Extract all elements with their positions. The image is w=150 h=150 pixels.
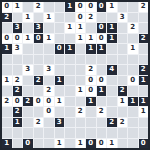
cell-r14c6[interactable]: 1 bbox=[55, 139, 65, 149]
cell-r11c5[interactable]: 0 bbox=[44, 107, 54, 117]
cell-r4c1[interactable]: 0 bbox=[2, 34, 12, 44]
cell-r4c7[interactable] bbox=[65, 34, 75, 44]
cell-r14c11[interactable]: 1 bbox=[107, 139, 117, 149]
cell-r6c9[interactable] bbox=[86, 55, 96, 65]
cell-r12c11[interactable]: 2 bbox=[107, 118, 117, 128]
cell-r14c9[interactable]: 0 bbox=[86, 139, 96, 149]
cell-r10c1[interactable]: 2 bbox=[2, 97, 12, 107]
cell-r12c1[interactable] bbox=[2, 118, 12, 128]
cell-r1c3[interactable] bbox=[23, 2, 33, 12]
cell-r5c5[interactable] bbox=[44, 44, 54, 54]
cell-r4c6[interactable] bbox=[55, 34, 65, 44]
cell-r2c3[interactable]: 1 bbox=[23, 13, 33, 23]
cell-r9c3[interactable] bbox=[23, 86, 33, 96]
cell-r4c2[interactable]: 0 bbox=[13, 34, 23, 44]
cell-r4c5[interactable]: 1 bbox=[44, 34, 54, 44]
cell-r6c12[interactable] bbox=[118, 55, 128, 65]
cell-r6c8[interactable] bbox=[76, 55, 86, 65]
cell-r6c7[interactable] bbox=[65, 55, 75, 65]
cell-r7c1[interactable] bbox=[2, 65, 12, 75]
cell-r8c3[interactable] bbox=[23, 76, 33, 86]
cell-r9c9[interactable]: 0 bbox=[86, 86, 96, 96]
cell-r13c4[interactable] bbox=[34, 128, 44, 138]
cell-r3c13[interactable]: 2 bbox=[128, 23, 138, 33]
cell-r2c2[interactable] bbox=[13, 13, 23, 23]
cell-r10c6[interactable]: 1 bbox=[55, 97, 65, 107]
cell-r8c13[interactable]: 0 bbox=[128, 76, 138, 86]
cell-r10c3[interactable]: 2 bbox=[23, 97, 33, 107]
cell-r2c5[interactable]: 1 bbox=[44, 13, 54, 23]
puzzle-screenshot: 0121000122110233311012001011101213011113… bbox=[0, 0, 150, 150]
cell-r13c1[interactable] bbox=[2, 128, 12, 138]
cell-r1c11[interactable]: 1 bbox=[107, 2, 117, 12]
cell-r2c4[interactable] bbox=[34, 13, 44, 23]
cell-r2c13[interactable] bbox=[128, 13, 138, 23]
cell-r6c3[interactable] bbox=[23, 55, 33, 65]
cell-r4c8[interactable]: 1 bbox=[76, 34, 86, 44]
cell-r11c8[interactable]: 2 bbox=[76, 107, 86, 117]
cell-r14c3[interactable]: 0 bbox=[23, 139, 33, 149]
cell-r11c1[interactable] bbox=[2, 107, 12, 117]
cell-r11c10[interactable]: 2 bbox=[97, 107, 107, 117]
cell-r3c11[interactable]: 1 bbox=[107, 23, 117, 33]
cell-r4c13[interactable] bbox=[128, 34, 138, 44]
cell-r8c6[interactable]: 1 bbox=[55, 76, 65, 86]
cell-r1c4[interactable]: 2 bbox=[34, 2, 44, 12]
cell-r14c7[interactable] bbox=[65, 139, 75, 149]
cell-r12c7[interactable] bbox=[65, 118, 75, 128]
cell-r1c10[interactable]: 0 bbox=[97, 2, 107, 12]
cell-r4c9[interactable]: 1 bbox=[86, 34, 96, 44]
cell-r3c7[interactable]: 1 bbox=[65, 23, 75, 33]
cell-r7c8[interactable] bbox=[76, 65, 86, 75]
cell-r7c6[interactable] bbox=[55, 65, 65, 75]
cell-r6c5[interactable] bbox=[44, 55, 54, 65]
cell-r1c6[interactable] bbox=[55, 2, 65, 12]
cell-r7c4[interactable] bbox=[34, 65, 44, 75]
cell-r12c8[interactable] bbox=[76, 118, 86, 128]
cell-r7c12[interactable] bbox=[118, 65, 128, 75]
cell-r9c7[interactable] bbox=[65, 86, 75, 96]
cell-r8c1[interactable]: 1 bbox=[2, 76, 12, 86]
cell-r10c8[interactable] bbox=[76, 97, 86, 107]
cell-r10c11[interactable] bbox=[107, 97, 117, 107]
cell-r11c3[interactable] bbox=[23, 107, 33, 117]
cell-r10c2[interactable]: 0 bbox=[13, 97, 23, 107]
cell-r9c1[interactable] bbox=[2, 86, 12, 96]
cell-r2c1[interactable]: 2 bbox=[2, 13, 12, 23]
cell-r1c13[interactable] bbox=[128, 2, 138, 12]
cell-r4c10[interactable]: 0 bbox=[97, 34, 107, 44]
cell-r11c12[interactable] bbox=[118, 107, 128, 117]
cell-r5c6[interactable]: 0 bbox=[55, 44, 65, 54]
cell-r10c4[interactable]: 0 bbox=[34, 97, 44, 107]
cell-r1c1[interactable]: 0 bbox=[2, 2, 12, 12]
cell-r13c11[interactable] bbox=[107, 128, 117, 138]
cell-r4c3[interactable]: 1 bbox=[23, 34, 33, 44]
cell-r1c14[interactable]: 2 bbox=[139, 2, 149, 12]
cell-r3c1[interactable] bbox=[2, 23, 12, 33]
cell-r13c7[interactable] bbox=[65, 128, 75, 138]
cell-r5c4[interactable] bbox=[34, 44, 44, 54]
cell-r9c8[interactable]: 1 bbox=[76, 86, 86, 96]
cell-r9c10[interactable]: 1 bbox=[97, 86, 107, 96]
cell-r7c9[interactable]: 2 bbox=[86, 65, 96, 75]
cell-r3c12[interactable] bbox=[118, 23, 128, 33]
cell-r13c9[interactable] bbox=[86, 128, 96, 138]
cell-r10c13[interactable]: 1 bbox=[128, 97, 138, 107]
cell-r11c13[interactable] bbox=[128, 107, 138, 117]
cell-r7c5[interactable]: 3 bbox=[44, 65, 54, 75]
cell-r1c12[interactable] bbox=[118, 2, 128, 12]
cell-r5c12[interactable] bbox=[118, 44, 128, 54]
cell-r4c11[interactable]: 1 bbox=[107, 34, 117, 44]
cell-r13c12[interactable] bbox=[118, 128, 128, 138]
cell-r9c11[interactable] bbox=[107, 86, 117, 96]
cell-r3c9[interactable] bbox=[86, 23, 96, 33]
cell-r10c5[interactable]: 0 bbox=[44, 97, 54, 107]
cell-r4c4[interactable]: 0 bbox=[34, 34, 44, 44]
cell-r10c9[interactable]: 1 bbox=[86, 97, 96, 107]
cell-r9c4[interactable] bbox=[34, 86, 44, 96]
cell-r6c11[interactable] bbox=[107, 55, 117, 65]
cell-r5c10[interactable]: 1 bbox=[97, 44, 107, 54]
cell-r2c12[interactable]: 3 bbox=[118, 13, 128, 23]
cell-r6c13[interactable] bbox=[128, 55, 138, 65]
cell-r8c9[interactable]: 0 bbox=[86, 76, 96, 86]
cell-r5c14[interactable] bbox=[139, 44, 149, 54]
cell-r13c3[interactable] bbox=[23, 128, 33, 138]
cell-r9c5[interactable]: 2 bbox=[44, 86, 54, 96]
cell-r9c2[interactable]: 2 bbox=[13, 86, 23, 96]
cell-r12c10[interactable] bbox=[97, 118, 107, 128]
cell-r3c3[interactable] bbox=[23, 23, 33, 33]
cell-r7c13[interactable] bbox=[128, 65, 138, 75]
cell-r7c10[interactable] bbox=[97, 65, 107, 75]
cell-r8c14[interactable]: 1 bbox=[139, 76, 149, 86]
cell-r7c7[interactable] bbox=[65, 65, 75, 75]
cell-r4c12[interactable] bbox=[118, 34, 128, 44]
cell-r7c14[interactable]: 2 bbox=[139, 65, 149, 75]
cell-r9c6[interactable] bbox=[55, 86, 65, 96]
cell-r12c4[interactable]: 2 bbox=[34, 118, 44, 128]
cell-r10c10[interactable] bbox=[97, 97, 107, 107]
cell-r9c13[interactable] bbox=[128, 86, 138, 96]
cell-r13c5[interactable] bbox=[44, 128, 54, 138]
cell-r8c2[interactable]: 2 bbox=[13, 76, 23, 86]
cell-r7c11[interactable]: 4 bbox=[107, 65, 117, 75]
cell-r13c13[interactable] bbox=[128, 128, 138, 138]
cell-r5c8[interactable] bbox=[76, 44, 86, 54]
cell-r14c12[interactable] bbox=[118, 139, 128, 149]
cell-r14c4[interactable] bbox=[34, 139, 44, 149]
cell-r13c10[interactable] bbox=[97, 128, 107, 138]
cell-r1c5[interactable] bbox=[44, 2, 54, 12]
cell-r2c14[interactable] bbox=[139, 13, 149, 23]
cell-r14c14[interactable]: 0 bbox=[139, 139, 149, 149]
cell-r10c12[interactable]: 1 bbox=[118, 97, 128, 107]
cell-r10c7[interactable] bbox=[65, 97, 75, 107]
cell-r8c5[interactable] bbox=[44, 76, 54, 86]
cell-r6c2[interactable] bbox=[13, 55, 23, 65]
cell-r3c4[interactable]: 3 bbox=[34, 23, 44, 33]
cell-r8c12[interactable] bbox=[118, 76, 128, 86]
cell-r3c8[interactable]: 1 bbox=[76, 23, 86, 33]
cell-r6c4[interactable] bbox=[34, 55, 44, 65]
cell-r13c2[interactable] bbox=[13, 128, 23, 138]
cell-r6c14[interactable] bbox=[139, 55, 149, 65]
cell-r4c14[interactable]: 2 bbox=[139, 34, 149, 44]
cell-r6c10[interactable] bbox=[97, 55, 107, 65]
cell-r6c6[interactable] bbox=[55, 55, 65, 65]
cell-r14c2[interactable] bbox=[13, 139, 23, 149]
cell-r12c13[interactable] bbox=[128, 118, 138, 128]
cell-r8c7[interactable] bbox=[65, 76, 75, 86]
cell-r8c8[interactable] bbox=[76, 76, 86, 86]
cell-r12c3[interactable] bbox=[23, 118, 33, 128]
cell-r14c10[interactable]: 0 bbox=[97, 139, 107, 149]
cell-r5c7[interactable]: 1 bbox=[65, 44, 75, 54]
cell-r5c11[interactable] bbox=[107, 44, 117, 54]
cell-r11c11[interactable] bbox=[107, 107, 117, 117]
cell-r2c11[interactable] bbox=[107, 13, 117, 23]
cell-r9c14[interactable] bbox=[139, 86, 149, 96]
cell-r1c9[interactable]: 0 bbox=[86, 2, 96, 12]
cell-r5c2[interactable]: 3 bbox=[13, 44, 23, 54]
cell-r9c12[interactable]: 2 bbox=[118, 86, 128, 96]
cell-r12c9[interactable] bbox=[86, 118, 96, 128]
cell-r13c14[interactable] bbox=[139, 128, 149, 138]
cell-r6c1[interactable] bbox=[2, 55, 12, 65]
cell-r8c11[interactable] bbox=[107, 76, 117, 86]
cell-r13c6[interactable] bbox=[55, 128, 65, 138]
cell-r2c8[interactable]: 0 bbox=[76, 13, 86, 23]
cell-r2c9[interactable]: 2 bbox=[86, 13, 96, 23]
cell-r1c7[interactable]: 1 bbox=[65, 2, 75, 12]
cell-r3c14[interactable] bbox=[139, 23, 149, 33]
cell-r12c14[interactable] bbox=[139, 118, 149, 128]
cell-r5c1[interactable]: 1 bbox=[2, 44, 12, 54]
cell-r2c10[interactable] bbox=[97, 13, 107, 23]
cell-r11c9[interactable] bbox=[86, 107, 96, 117]
cell-r3c6[interactable] bbox=[55, 23, 65, 33]
cell-r10c14[interactable]: 1 bbox=[139, 97, 149, 107]
cell-r8c10[interactable]: 0 bbox=[97, 76, 107, 86]
cell-r1c2[interactable]: 1 bbox=[13, 2, 23, 12]
cell-r14c13[interactable] bbox=[128, 139, 138, 149]
cell-r5c3[interactable] bbox=[23, 44, 33, 54]
cell-r14c1[interactable]: 1 bbox=[2, 139, 12, 149]
cell-r12c6[interactable]: 3 bbox=[55, 118, 65, 128]
cell-r14c8[interactable]: 1 bbox=[76, 139, 86, 149]
cell-r2c6[interactable] bbox=[55, 13, 65, 23]
cell-r7c3[interactable]: 3 bbox=[23, 65, 33, 75]
cell-r3c5[interactable] bbox=[44, 23, 54, 33]
cell-r5c13[interactable]: 1 bbox=[128, 44, 138, 54]
cell-r11c7[interactable] bbox=[65, 107, 75, 117]
cell-r2c7[interactable] bbox=[65, 13, 75, 23]
puzzle-board: 0121000122110233311012001011101213011113… bbox=[0, 0, 150, 150]
cell-r7c2[interactable] bbox=[13, 65, 23, 75]
cell-r11c14[interactable]: 1 bbox=[139, 107, 149, 117]
cell-r12c5[interactable] bbox=[44, 118, 54, 128]
cell-r1c8[interactable]: 0 bbox=[76, 2, 86, 12]
cell-r12c12[interactable]: 2 bbox=[118, 118, 128, 128]
cell-r12c2[interactable]: 1 bbox=[13, 118, 23, 128]
cell-r11c6[interactable] bbox=[55, 107, 65, 117]
cell-r3c10[interactable]: 0 bbox=[97, 23, 107, 33]
cell-r11c2[interactable]: 2 bbox=[13, 107, 23, 117]
cell-r3c2[interactable]: 3 bbox=[13, 23, 23, 33]
cell-r8c4[interactable]: 2 bbox=[34, 76, 44, 86]
cell-r13c8[interactable] bbox=[76, 128, 86, 138]
cell-r5c9[interactable]: 1 bbox=[86, 44, 96, 54]
cell-r14c5[interactable] bbox=[44, 139, 54, 149]
cell-r11c4[interactable] bbox=[34, 107, 44, 117]
